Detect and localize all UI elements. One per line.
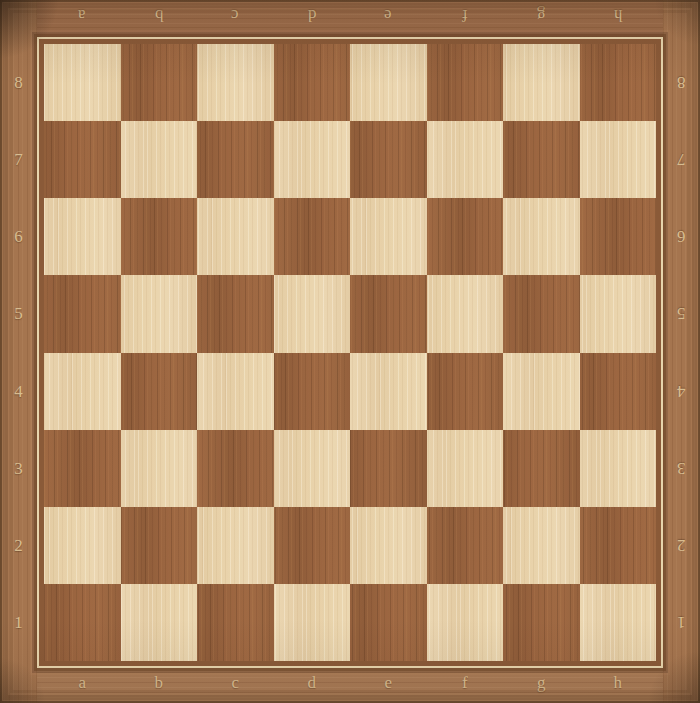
file-label-top-cell: h	[580, 0, 657, 37]
file-label-top-a: a	[78, 7, 86, 24]
rank-label-left-4: 4	[14, 383, 23, 400]
file-label-bottom-cell: d	[274, 668, 351, 703]
file-label-bottom-cell: h	[580, 668, 657, 703]
square-d8[interactable]	[274, 44, 351, 121]
square-e2[interactable]	[350, 507, 427, 584]
square-b3[interactable]	[121, 430, 198, 507]
square-f5[interactable]	[427, 275, 504, 352]
file-label-top-cell: g	[503, 0, 580, 37]
rank-label-right-3: 3	[677, 460, 686, 477]
square-e6[interactable]	[350, 198, 427, 275]
square-f4[interactable]	[427, 353, 504, 430]
rank-label-left-cell: 4	[0, 353, 37, 430]
square-c7[interactable]	[197, 121, 274, 198]
square-f8[interactable]	[427, 44, 504, 121]
rank-label-right-7: 7	[677, 151, 686, 168]
square-f3[interactable]	[427, 430, 504, 507]
square-e7[interactable]	[350, 121, 427, 198]
square-b2[interactable]	[121, 507, 198, 584]
board-grid	[44, 44, 656, 661]
file-label-bottom-cell: g	[503, 668, 580, 703]
square-b8[interactable]	[121, 44, 198, 121]
frame-top	[0, 0, 700, 37]
square-a8[interactable]	[44, 44, 121, 121]
file-label-bottom-d: d	[308, 674, 317, 691]
file-label-bottom-c: c	[231, 674, 239, 691]
file-label-top-cell: f	[427, 0, 504, 37]
file-label-top-cell: d	[274, 0, 351, 37]
square-h2[interactable]	[580, 507, 657, 584]
file-label-top-f: f	[462, 7, 468, 24]
square-b4[interactable]	[121, 353, 198, 430]
file-label-bottom-cell: c	[197, 668, 274, 703]
chess-board: abcdefgh abcdefgh 87654321 87654321	[0, 0, 700, 703]
rank-label-left-cell: 3	[0, 430, 37, 507]
file-label-bottom-cell: e	[350, 668, 427, 703]
file-labels-bottom: abcdefgh	[44, 668, 656, 703]
rank-labels-right: 87654321	[663, 44, 700, 661]
file-label-top-cell: e	[350, 0, 427, 37]
square-g7[interactable]	[503, 121, 580, 198]
square-e5[interactable]	[350, 275, 427, 352]
square-g6[interactable]	[503, 198, 580, 275]
square-d1[interactable]	[274, 584, 351, 661]
rank-label-right-4: 4	[677, 383, 686, 400]
square-a7[interactable]	[44, 121, 121, 198]
rank-label-right-cell: 3	[663, 430, 700, 507]
square-b6[interactable]	[121, 198, 198, 275]
square-c3[interactable]	[197, 430, 274, 507]
file-label-bottom-e: e	[384, 674, 392, 691]
rank-label-right-cell: 1	[663, 584, 700, 661]
rank-label-left-5: 5	[14, 305, 23, 322]
square-e1[interactable]	[350, 584, 427, 661]
square-d2[interactable]	[274, 507, 351, 584]
rank-label-right-8: 8	[677, 74, 686, 91]
square-d4[interactable]	[274, 353, 351, 430]
square-f7[interactable]	[427, 121, 504, 198]
rank-label-left-cell: 8	[0, 44, 37, 121]
square-c8[interactable]	[197, 44, 274, 121]
rank-label-left-cell: 7	[0, 121, 37, 198]
rank-label-right-5: 5	[677, 305, 686, 322]
file-label-top-b: b	[155, 7, 164, 24]
square-b7[interactable]	[121, 121, 198, 198]
frame-left	[0, 0, 37, 703]
file-label-top-cell: b	[121, 0, 198, 37]
square-e4[interactable]	[350, 353, 427, 430]
rank-label-right-cell: 4	[663, 353, 700, 430]
rank-label-left-6: 6	[14, 228, 23, 245]
file-labels-top: abcdefgh	[44, 0, 656, 37]
square-b1[interactable]	[121, 584, 198, 661]
file-label-bottom-b: b	[155, 674, 164, 691]
square-c4[interactable]	[197, 353, 274, 430]
square-h4[interactable]	[580, 353, 657, 430]
square-h5[interactable]	[580, 275, 657, 352]
rank-label-right-cell: 2	[663, 507, 700, 584]
square-e3[interactable]	[350, 430, 427, 507]
file-label-bottom-cell: f	[427, 668, 504, 703]
square-h3[interactable]	[580, 430, 657, 507]
rank-label-right-1: 1	[677, 614, 686, 631]
square-c6[interactable]	[197, 198, 274, 275]
rank-label-left-cell: 1	[0, 584, 37, 661]
rank-label-right-cell: 8	[663, 44, 700, 121]
square-g4[interactable]	[503, 353, 580, 430]
rank-label-left-cell: 6	[0, 198, 37, 275]
file-label-bottom-a: a	[78, 674, 86, 691]
square-e8[interactable]	[350, 44, 427, 121]
square-g8[interactable]	[503, 44, 580, 121]
rank-label-left-3: 3	[14, 460, 23, 477]
square-a5[interactable]	[44, 275, 121, 352]
square-c2[interactable]	[197, 507, 274, 584]
square-g2[interactable]	[503, 507, 580, 584]
square-a6[interactable]	[44, 198, 121, 275]
square-a1[interactable]	[44, 584, 121, 661]
square-c1[interactable]	[197, 584, 274, 661]
square-b5[interactable]	[121, 275, 198, 352]
rank-label-left-7: 7	[14, 151, 23, 168]
file-label-top-h: h	[614, 7, 623, 24]
frame-right	[663, 0, 700, 703]
file-label-bottom-g: g	[537, 674, 546, 691]
rank-label-left-2: 2	[14, 537, 23, 554]
square-g5[interactable]	[503, 275, 580, 352]
square-c5[interactable]	[197, 275, 274, 352]
square-f1[interactable]	[427, 584, 504, 661]
file-label-bottom-cell: a	[44, 668, 121, 703]
frame-bottom	[0, 668, 700, 703]
file-label-top-cell: c	[197, 0, 274, 37]
square-h6[interactable]	[580, 198, 657, 275]
rank-label-right-2: 2	[677, 537, 686, 554]
square-d6[interactable]	[274, 198, 351, 275]
square-a3[interactable]	[44, 430, 121, 507]
square-d5[interactable]	[274, 275, 351, 352]
square-f2[interactable]	[427, 507, 504, 584]
square-d7[interactable]	[274, 121, 351, 198]
file-label-top-g: g	[537, 7, 546, 24]
rank-label-right-6: 6	[677, 228, 686, 245]
square-h1[interactable]	[580, 584, 657, 661]
rank-label-right-cell: 6	[663, 198, 700, 275]
rank-labels-left: 87654321	[0, 44, 37, 661]
rank-label-left-cell: 2	[0, 507, 37, 584]
square-g1[interactable]	[503, 584, 580, 661]
square-f6[interactable]	[427, 198, 504, 275]
file-label-bottom-cell: b	[121, 668, 198, 703]
square-h8[interactable]	[580, 44, 657, 121]
file-label-top-d: d	[308, 7, 317, 24]
rank-label-left-8: 8	[14, 74, 23, 91]
square-g3[interactable]	[503, 430, 580, 507]
square-d3[interactable]	[274, 430, 351, 507]
rank-label-left-1: 1	[14, 614, 23, 631]
file-label-bottom-h: h	[614, 674, 623, 691]
file-label-top-cell: a	[44, 0, 121, 37]
file-label-bottom-f: f	[462, 674, 468, 691]
playing-field	[37, 37, 663, 668]
rank-label-left-cell: 5	[0, 275, 37, 352]
file-label-top-c: c	[231, 7, 239, 24]
rank-label-right-cell: 5	[663, 275, 700, 352]
square-a2[interactable]	[44, 507, 121, 584]
square-a4[interactable]	[44, 353, 121, 430]
rank-label-right-cell: 7	[663, 121, 700, 198]
file-label-top-e: e	[384, 7, 392, 24]
square-h7[interactable]	[580, 121, 657, 198]
